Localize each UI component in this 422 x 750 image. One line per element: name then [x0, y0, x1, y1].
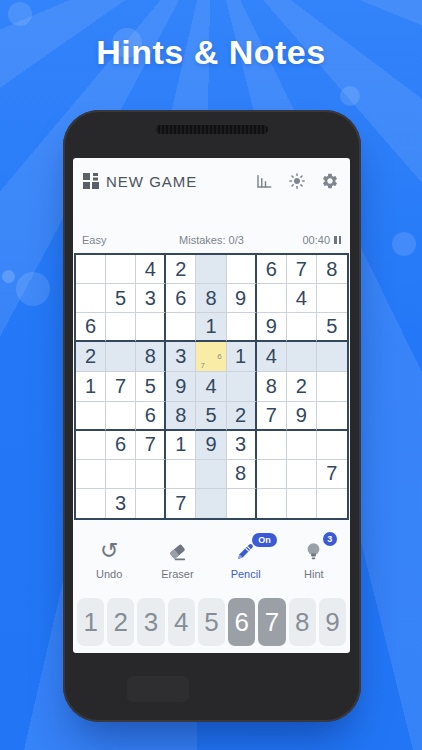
- cell-r1c8[interactable]: 7: [287, 255, 317, 284]
- cell-r4c7[interactable]: 4: [257, 342, 287, 372]
- cell-r8c3[interactable]: [136, 460, 166, 489]
- cell-r9c8[interactable]: [287, 489, 317, 518]
- numpad-key-4[interactable]: 4: [168, 598, 195, 646]
- header-title: NEW GAME: [106, 173, 197, 190]
- cell-r8c8[interactable]: [287, 460, 317, 489]
- pencil-notes: 67: [196, 342, 225, 371]
- cell-r2c7[interactable]: [257, 284, 287, 313]
- cell-r6c7[interactable]: 7: [257, 402, 287, 431]
- cell-r1c1[interactable]: [76, 255, 106, 284]
- cell-r3c8[interactable]: [287, 313, 317, 342]
- cell-r4c2[interactable]: [106, 342, 136, 372]
- cell-r8c9[interactable]: 7: [317, 460, 347, 489]
- cell-r3c6[interactable]: [227, 313, 257, 342]
- cell-r5c6[interactable]: [227, 372, 257, 401]
- page-title: Hints & Notes: [0, 33, 422, 72]
- cell-r1c6[interactable]: [227, 255, 257, 284]
- cell-r8c5[interactable]: [196, 460, 226, 489]
- cell-r6c3[interactable]: 6: [136, 402, 166, 431]
- eraser-icon: [166, 540, 189, 563]
- bokeh-circle: [340, 86, 360, 106]
- cell-r7c6[interactable]: 3: [227, 431, 257, 460]
- numpad-key-3[interactable]: 3: [137, 598, 164, 646]
- cell-r8c1[interactable]: [76, 460, 106, 489]
- cell-r3c3[interactable]: [136, 313, 166, 342]
- numpad-key-5[interactable]: 5: [198, 598, 225, 646]
- hint-button[interactable]: 3 Hint: [285, 536, 343, 580]
- cell-r3c9[interactable]: 5: [317, 313, 347, 342]
- cell-r2c6[interactable]: 9: [227, 284, 257, 313]
- hint-label: Hint: [304, 568, 324, 580]
- cell-r5c3[interactable]: 5: [136, 372, 166, 401]
- numpad-key-2[interactable]: 2: [107, 598, 134, 646]
- phone-chin-detail: [127, 676, 189, 702]
- cell-r7c7[interactable]: [257, 431, 287, 460]
- cell-r8c4[interactable]: [166, 460, 196, 489]
- cell-r7c3[interactable]: 7: [136, 431, 166, 460]
- cell-r2c8[interactable]: 4: [287, 284, 317, 313]
- cell-r3c4[interactable]: [166, 313, 196, 342]
- eraser-button[interactable]: Eraser: [148, 536, 206, 580]
- cell-r5c7[interactable]: 8: [257, 372, 287, 401]
- cell-r5c8[interactable]: 2: [287, 372, 317, 401]
- cell-r9c1[interactable]: [76, 489, 106, 518]
- numpad-key-9[interactable]: 9: [319, 598, 346, 646]
- undo-label: Undo: [96, 568, 122, 580]
- cell-r4c4[interactable]: 3: [166, 342, 196, 372]
- cell-r1c9[interactable]: 8: [317, 255, 347, 284]
- app-store-screenshot: Hints & Notes NEW GAME: [0, 0, 422, 750]
- phone-speaker: [156, 125, 268, 134]
- cell-r4c8[interactable]: [287, 342, 317, 372]
- pencil-button[interactable]: On Pencil: [217, 536, 275, 580]
- cell-r1c4[interactable]: 2: [166, 255, 196, 284]
- cell-r6c2[interactable]: [106, 402, 136, 431]
- cell-r9c6[interactable]: [227, 489, 257, 518]
- statistics-icon[interactable]: [255, 172, 273, 190]
- numpad-key-1[interactable]: 1: [77, 598, 104, 646]
- number-pad: 123456789: [77, 598, 346, 646]
- cell-r6c1[interactable]: [76, 402, 106, 431]
- cell-r6c4[interactable]: 8: [166, 402, 196, 431]
- new-game-button[interactable]: NEW GAME: [83, 173, 197, 190]
- mistakes-label: Mistakes: 0/3: [82, 234, 341, 246]
- new-game-grid-icon: [83, 173, 99, 189]
- hint-count-badge: 3: [323, 532, 337, 546]
- cell-r6c9[interactable]: [317, 402, 347, 431]
- cell-r4c9[interactable]: [317, 342, 347, 372]
- cell-r9c9[interactable]: [317, 489, 347, 518]
- bokeh-circle: [16, 272, 50, 306]
- cell-r3c1[interactable]: 6: [76, 313, 106, 342]
- undo-icon: ↺: [100, 540, 118, 562]
- cell-r1c5[interactable]: [196, 255, 226, 284]
- cell-r1c7[interactable]: 6: [257, 255, 287, 284]
- cell-r2c4[interactable]: 6: [166, 284, 196, 313]
- cell-r1c2[interactable]: [106, 255, 136, 284]
- toolbar: ↺ Undo Eraser: [75, 536, 348, 590]
- cell-r6c6[interactable]: 2: [227, 402, 257, 431]
- bokeh-circle: [392, 232, 416, 256]
- cell-r8c7[interactable]: [257, 460, 287, 489]
- cell-r9c2[interactable]: 3: [106, 489, 136, 518]
- cell-r5c2[interactable]: 7: [106, 372, 136, 401]
- bokeh-circle: [2, 270, 15, 283]
- cell-r4c6[interactable]: 1: [227, 342, 257, 372]
- cell-r8c6[interactable]: 8: [227, 460, 257, 489]
- bokeh-circle: [8, 2, 32, 26]
- cell-r7c1[interactable]: [76, 431, 106, 460]
- cell-r4c5[interactable]: 67: [196, 342, 226, 372]
- cell-r7c5[interactable]: 9: [196, 431, 226, 460]
- undo-button[interactable]: ↺ Undo: [80, 536, 138, 580]
- cell-r6c8[interactable]: 9: [287, 402, 317, 431]
- cell-r7c4[interactable]: 1: [166, 431, 196, 460]
- cell-r5c9[interactable]: [317, 372, 347, 401]
- pencil-on-badge: On: [252, 533, 277, 547]
- eraser-label: Eraser: [161, 568, 193, 580]
- cell-r5c5[interactable]: 4: [196, 372, 226, 401]
- settings-gear-icon[interactable]: [321, 172, 339, 190]
- cell-r7c8[interactable]: [287, 431, 317, 460]
- cell-r2c3[interactable]: 3: [136, 284, 166, 313]
- cell-r7c2[interactable]: 6: [106, 431, 136, 460]
- phone-mockup: NEW GAME: [63, 110, 361, 722]
- app-screen: NEW GAME: [73, 158, 350, 653]
- cell-r3c2[interactable]: [106, 313, 136, 342]
- cell-r9c3[interactable]: [136, 489, 166, 518]
- numpad-key-8[interactable]: 8: [289, 598, 316, 646]
- cell-r8c2[interactable]: [106, 460, 136, 489]
- cell-r4c1[interactable]: 2: [76, 342, 106, 372]
- hint-bulb-icon: [302, 540, 325, 563]
- cell-r5c4[interactable]: 9: [166, 372, 196, 401]
- numpad-key-7[interactable]: 7: [258, 598, 285, 646]
- cell-r4c3[interactable]: 8: [136, 342, 166, 372]
- cell-r2c5[interactable]: 8: [196, 284, 226, 313]
- cell-r2c2[interactable]: 5: [106, 284, 136, 313]
- cell-r2c9[interactable]: [317, 284, 347, 313]
- cell-r9c4[interactable]: 7: [166, 489, 196, 518]
- numpad-key-6[interactable]: 6: [228, 598, 255, 646]
- cell-r2c1[interactable]: [76, 284, 106, 313]
- sudoku-board: 4267853689461952836714175948268527967193…: [74, 253, 349, 520]
- status-row: Easy Mistakes: 0/3 00:40: [82, 234, 341, 246]
- cell-r7c9[interactable]: [317, 431, 347, 460]
- cell-r6c5[interactable]: 5: [196, 402, 226, 431]
- cell-r3c7[interactable]: 9: [257, 313, 287, 342]
- theme-sun-icon[interactable]: [288, 172, 306, 190]
- cell-r1c3[interactable]: 4: [136, 255, 166, 284]
- cell-r5c1[interactable]: 1: [76, 372, 106, 401]
- pencil-label: Pencil: [231, 568, 261, 580]
- cell-r9c7[interactable]: [257, 489, 287, 518]
- app-header: NEW GAME: [83, 168, 339, 194]
- cell-r9c5[interactable]: [196, 489, 226, 518]
- cell-r3c5[interactable]: 1: [196, 313, 226, 342]
